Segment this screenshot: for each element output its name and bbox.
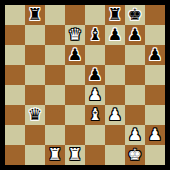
square-g2[interactable]: ♟ bbox=[125, 125, 145, 145]
black-rook[interactable]: ♜ bbox=[105, 5, 125, 25]
black-pawn[interactable]: ♟ bbox=[65, 45, 85, 65]
square-c6[interactable] bbox=[45, 45, 65, 65]
square-d2[interactable] bbox=[65, 125, 85, 145]
square-a6[interactable] bbox=[5, 45, 25, 65]
white-pawn[interactable]: ♟ bbox=[125, 125, 145, 145]
square-d8[interactable] bbox=[65, 5, 85, 25]
black-pawn[interactable]: ♟ bbox=[85, 65, 105, 85]
square-g8[interactable]: ♚ bbox=[125, 5, 145, 25]
square-a1[interactable] bbox=[5, 145, 25, 165]
square-h2[interactable]: ♟ bbox=[145, 125, 165, 145]
square-b7[interactable] bbox=[25, 25, 45, 45]
square-e3[interactable]: ♝ bbox=[85, 105, 105, 125]
square-b2[interactable] bbox=[25, 125, 45, 145]
square-f1[interactable] bbox=[105, 145, 125, 165]
white-pawn[interactable]: ♟ bbox=[145, 125, 165, 145]
square-h5[interactable] bbox=[145, 65, 165, 85]
board-frame: ♜♜♚♛♝♟♟♟♟♟♟♛♝♟♟♟♜♜♚ bbox=[0, 0, 170, 170]
square-b8[interactable]: ♜ bbox=[25, 5, 45, 25]
black-pawn[interactable]: ♟ bbox=[105, 25, 125, 45]
square-b4[interactable] bbox=[25, 85, 45, 105]
black-bishop[interactable]: ♝ bbox=[85, 25, 105, 45]
square-a7[interactable] bbox=[5, 25, 25, 45]
black-king[interactable]: ♚ bbox=[125, 5, 145, 25]
square-e2[interactable] bbox=[85, 125, 105, 145]
square-f6[interactable] bbox=[105, 45, 125, 65]
square-c5[interactable] bbox=[45, 65, 65, 85]
square-d4[interactable] bbox=[65, 85, 85, 105]
square-f3[interactable]: ♟ bbox=[105, 105, 125, 125]
square-g5[interactable] bbox=[125, 65, 145, 85]
square-g1[interactable]: ♚ bbox=[125, 145, 145, 165]
square-c8[interactable] bbox=[45, 5, 65, 25]
square-c2[interactable] bbox=[45, 125, 65, 145]
black-pawn[interactable]: ♟ bbox=[125, 25, 145, 45]
square-e1[interactable] bbox=[85, 145, 105, 165]
square-g6[interactable] bbox=[125, 45, 145, 65]
square-h8[interactable] bbox=[145, 5, 165, 25]
chess-board: ♜♜♚♛♝♟♟♟♟♟♟♛♝♟♟♟♜♜♚ bbox=[5, 5, 165, 165]
square-h7[interactable] bbox=[145, 25, 165, 45]
square-a3[interactable] bbox=[5, 105, 25, 125]
square-c4[interactable] bbox=[45, 85, 65, 105]
square-a8[interactable] bbox=[5, 5, 25, 25]
square-h3[interactable] bbox=[145, 105, 165, 125]
square-f5[interactable] bbox=[105, 65, 125, 85]
square-c3[interactable] bbox=[45, 105, 65, 125]
white-bishop[interactable]: ♝ bbox=[85, 105, 105, 125]
square-h1[interactable] bbox=[145, 145, 165, 165]
square-h4[interactable] bbox=[145, 85, 165, 105]
square-h6[interactable]: ♟ bbox=[145, 45, 165, 65]
white-rook[interactable]: ♜ bbox=[65, 145, 85, 165]
square-e7[interactable]: ♝ bbox=[85, 25, 105, 45]
black-rook[interactable]: ♜ bbox=[25, 5, 45, 25]
square-f4[interactable] bbox=[105, 85, 125, 105]
square-a2[interactable] bbox=[5, 125, 25, 145]
square-e4[interactable]: ♟ bbox=[85, 85, 105, 105]
white-queen[interactable]: ♛ bbox=[65, 25, 85, 45]
square-a5[interactable] bbox=[5, 65, 25, 85]
square-d1[interactable]: ♜ bbox=[65, 145, 85, 165]
square-g3[interactable] bbox=[125, 105, 145, 125]
square-f8[interactable]: ♜ bbox=[105, 5, 125, 25]
square-b6[interactable] bbox=[25, 45, 45, 65]
square-d7[interactable]: ♛ bbox=[65, 25, 85, 45]
black-queen[interactable]: ♛ bbox=[25, 105, 45, 125]
square-c1[interactable]: ♜ bbox=[45, 145, 65, 165]
square-e5[interactable]: ♟ bbox=[85, 65, 105, 85]
square-a4[interactable] bbox=[5, 85, 25, 105]
square-b1[interactable] bbox=[25, 145, 45, 165]
square-e8[interactable] bbox=[85, 5, 105, 25]
white-rook[interactable]: ♜ bbox=[45, 145, 65, 165]
black-pawn[interactable]: ♟ bbox=[145, 45, 165, 65]
square-f2[interactable] bbox=[105, 125, 125, 145]
square-d6[interactable]: ♟ bbox=[65, 45, 85, 65]
square-f7[interactable]: ♟ bbox=[105, 25, 125, 45]
square-e6[interactable] bbox=[85, 45, 105, 65]
white-pawn[interactable]: ♟ bbox=[85, 85, 105, 105]
white-king[interactable]: ♚ bbox=[125, 145, 145, 165]
square-g7[interactable]: ♟ bbox=[125, 25, 145, 45]
square-d5[interactable] bbox=[65, 65, 85, 85]
white-pawn[interactable]: ♟ bbox=[105, 105, 125, 125]
square-d3[interactable] bbox=[65, 105, 85, 125]
square-g4[interactable] bbox=[125, 85, 145, 105]
square-b5[interactable] bbox=[25, 65, 45, 85]
square-c7[interactable] bbox=[45, 25, 65, 45]
square-b3[interactable]: ♛ bbox=[25, 105, 45, 125]
